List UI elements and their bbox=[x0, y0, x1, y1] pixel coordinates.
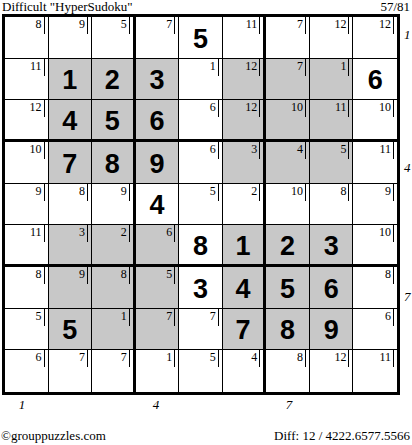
cell-r1c7[interactable]: 7 bbox=[266, 17, 310, 59]
cell-r4c8[interactable]: 5 bbox=[310, 142, 354, 184]
col-label-7: 7 bbox=[267, 397, 311, 413]
cell-r5c1[interactable]: 9 bbox=[5, 184, 49, 226]
given-digit: 6 bbox=[353, 59, 397, 100]
given-digit: 5 bbox=[179, 17, 222, 58]
clue-number: 4 bbox=[296, 142, 306, 159]
cell-r7c7[interactable]: 5 bbox=[266, 267, 310, 309]
clue-number: 5 bbox=[120, 17, 130, 34]
puzzle-title: Difficult "HyperSudoku" bbox=[2, 0, 133, 14]
cell-r5c7[interactable]: 10 bbox=[266, 184, 310, 226]
clue-number: 3 bbox=[250, 142, 260, 159]
given-digit: 5 bbox=[92, 100, 133, 139]
clue-number: 10 bbox=[290, 184, 306, 201]
cell-r9c8[interactable]: 12 bbox=[310, 350, 354, 392]
cell-r7c5[interactable]: 3 bbox=[179, 267, 223, 309]
col-label-4: 4 bbox=[134, 397, 178, 413]
cell-r7c6[interactable]: 4 bbox=[223, 267, 267, 309]
clue-number: 6 bbox=[165, 225, 175, 242]
clue-number: 11 bbox=[29, 225, 45, 242]
clue-number: 7 bbox=[296, 17, 306, 34]
clue-number: 7 bbox=[165, 309, 175, 326]
clue-number: 8 bbox=[384, 267, 394, 284]
puzzle-page: Difficult "HyperSudoku" 57/81 8957511712… bbox=[0, 0, 412, 445]
clue-number: 8 bbox=[78, 184, 88, 201]
clue-number: 5 bbox=[35, 309, 45, 326]
cell-r2c2[interactable]: 1 bbox=[49, 59, 93, 101]
cell-r5c5[interactable]: 5 bbox=[179, 184, 223, 226]
given-digit: 8 bbox=[92, 142, 133, 183]
cell-r1c3[interactable]: 5 bbox=[92, 17, 136, 59]
clue-number: 2 bbox=[120, 225, 130, 242]
cell-r7c1[interactable]: 8 bbox=[5, 267, 49, 309]
clue-number: 6 bbox=[209, 100, 219, 117]
given-digit: 1 bbox=[49, 59, 92, 100]
given-digit: 3 bbox=[136, 59, 179, 100]
cell-r6c9[interactable]: 10 bbox=[353, 225, 397, 267]
clue-number: 1 bbox=[120, 309, 130, 326]
cell-r7c4[interactable]: 5 bbox=[136, 267, 180, 309]
cell-r7c2[interactable]: 9 bbox=[49, 267, 93, 309]
cell-r1c5[interactable]: 5 bbox=[179, 17, 223, 59]
cell-r1c4[interactable]: 7 bbox=[136, 17, 180, 59]
cell-r9c9[interactable]: 11 bbox=[353, 350, 397, 392]
clue-number: 11 bbox=[334, 100, 350, 117]
cell-r1c2[interactable]: 9 bbox=[49, 17, 93, 59]
clue-number: 12 bbox=[244, 100, 260, 117]
remaining-counter: 57/81 bbox=[380, 0, 410, 14]
cell-r2c5[interactable]: 1 bbox=[179, 59, 223, 101]
cell-r8c1[interactable]: 5 bbox=[5, 309, 49, 351]
copyright: ©grouppuzzles.com bbox=[1, 428, 106, 444]
clue-number: 8 bbox=[339, 184, 349, 201]
cell-r2c8[interactable]: 1 bbox=[310, 59, 354, 101]
clue-number: 1 bbox=[209, 59, 219, 76]
cell-r2c9[interactable]: 6 bbox=[353, 59, 397, 101]
hypersudoku-board: 8957511712121112311271612456612101110107… bbox=[2, 14, 400, 395]
cell-r6c7[interactable]: 2 bbox=[266, 225, 310, 267]
cell-r1c9[interactable]: 12 bbox=[353, 17, 397, 59]
clue-number: 7 bbox=[165, 17, 175, 34]
clue-number: 5 bbox=[209, 184, 219, 201]
clue-number: 1 bbox=[165, 350, 175, 367]
clue-number: 8 bbox=[296, 350, 306, 367]
cell-r4c1[interactable]: 10 bbox=[5, 142, 49, 184]
clue-number: 8 bbox=[35, 17, 45, 34]
cell-r3c7[interactable]: 10 bbox=[266, 100, 310, 142]
clue-number: 8 bbox=[120, 267, 130, 284]
clue-number: 12 bbox=[29, 100, 45, 117]
cell-r4c7[interactable]: 4 bbox=[266, 142, 310, 184]
clue-number: 9 bbox=[35, 184, 45, 201]
given-digit: 7 bbox=[49, 142, 92, 183]
cell-r5c9[interactable]: 9 bbox=[353, 184, 397, 226]
cell-r9c2[interactable]: 7 bbox=[49, 350, 93, 392]
cell-r3c9[interactable]: 10 bbox=[353, 100, 397, 142]
cell-r5c4[interactable]: 4 bbox=[136, 184, 180, 226]
cell-r1c1[interactable]: 8 bbox=[5, 17, 49, 59]
cell-r8c5[interactable]: 7 bbox=[179, 309, 223, 351]
cell-r5c6[interactable]: 2 bbox=[223, 184, 267, 226]
cell-r7c9[interactable]: 8 bbox=[353, 267, 397, 309]
cell-r4c2[interactable]: 7 bbox=[49, 142, 93, 184]
given-digit: 3 bbox=[310, 225, 353, 264]
clue-number: 11 bbox=[29, 59, 45, 76]
cell-r8c8[interactable]: 9 bbox=[310, 309, 354, 351]
clue-number: 5 bbox=[209, 350, 219, 367]
clue-number: 1 bbox=[339, 59, 349, 76]
given-digit: 2 bbox=[92, 59, 133, 100]
cell-r8c7[interactable]: 8 bbox=[266, 309, 310, 351]
cell-r1c6[interactable]: 11 bbox=[223, 17, 267, 59]
cell-r4c5[interactable]: 6 bbox=[179, 142, 223, 184]
given-digit: 3 bbox=[179, 267, 222, 308]
given-digit: 9 bbox=[136, 142, 179, 183]
cell-r6c1[interactable]: 11 bbox=[5, 225, 49, 267]
cell-r2c6[interactable]: 12 bbox=[223, 59, 267, 101]
given-digit: 5 bbox=[266, 267, 309, 308]
clue-number: 12 bbox=[378, 17, 394, 34]
cell-r3c3[interactable]: 5 bbox=[92, 100, 136, 142]
cell-r3c2[interactable]: 4 bbox=[49, 100, 93, 142]
clue-number: 11 bbox=[378, 142, 394, 159]
clue-number: 6 bbox=[209, 142, 219, 159]
clue-number: 10 bbox=[29, 142, 45, 159]
cell-r6c3[interactable]: 2 bbox=[92, 225, 136, 267]
clue-number: 9 bbox=[384, 184, 394, 201]
cell-r8c2[interactable]: 5 bbox=[49, 309, 93, 351]
cell-r9c1[interactable]: 6 bbox=[5, 350, 49, 392]
clue-number: 12 bbox=[333, 350, 349, 367]
cell-r9c3[interactable]: 7 bbox=[92, 350, 136, 392]
clue-number: 6 bbox=[35, 350, 45, 367]
cell-r2c1[interactable]: 11 bbox=[5, 59, 49, 101]
cell-r7c3[interactable]: 8 bbox=[92, 267, 136, 309]
clue-number: 10 bbox=[290, 100, 306, 117]
cell-r4c9[interactable]: 11 bbox=[353, 142, 397, 184]
cell-r3c8[interactable]: 11 bbox=[310, 100, 354, 142]
cell-r6c4[interactable]: 6 bbox=[136, 225, 180, 267]
cell-r6c5[interactable]: 8 bbox=[179, 225, 223, 267]
clue-number: 9 bbox=[78, 267, 88, 284]
cell-r6c8[interactable]: 3 bbox=[310, 225, 354, 267]
cell-r5c2[interactable]: 8 bbox=[49, 184, 93, 226]
given-digit: 8 bbox=[266, 309, 309, 350]
difficulty-text: Diff: 12 / 4222.6577.5566 bbox=[274, 428, 410, 444]
clue-number: 9 bbox=[78, 17, 88, 34]
clue-number: 7 bbox=[120, 350, 130, 367]
col-label-1: 1 bbox=[0, 397, 44, 413]
cell-r9c7[interactable]: 8 bbox=[266, 350, 310, 392]
clue-number: 7 bbox=[296, 59, 306, 76]
clue-number: 7 bbox=[78, 350, 88, 367]
given-digit: 9 bbox=[310, 309, 353, 350]
given-digit: 4 bbox=[49, 100, 92, 139]
given-digit: 8 bbox=[179, 225, 222, 264]
row-label-4: 4 bbox=[404, 160, 412, 176]
cell-r3c4[interactable]: 6 bbox=[136, 100, 180, 142]
clue-number: 7 bbox=[209, 309, 219, 326]
cell-r4c4[interactable]: 9 bbox=[136, 142, 180, 184]
cell-r1c8[interactable]: 12 bbox=[310, 17, 354, 59]
clue-number: 3 bbox=[78, 225, 88, 242]
cell-r5c3[interactable]: 9 bbox=[92, 184, 136, 226]
cell-r9c5[interactable]: 5 bbox=[179, 350, 223, 392]
cell-r3c5[interactable]: 6 bbox=[179, 100, 223, 142]
cell-r8c4[interactable]: 7 bbox=[136, 309, 180, 351]
given-digit: 2 bbox=[266, 225, 309, 264]
given-digit: 4 bbox=[136, 184, 179, 225]
clue-number: 5 bbox=[165, 267, 175, 284]
cell-r7c8[interactable]: 6 bbox=[310, 267, 354, 309]
clue-number: 11 bbox=[245, 17, 261, 34]
row-label-1: 1 bbox=[404, 27, 412, 43]
cell-r2c7[interactable]: 7 bbox=[266, 59, 310, 101]
clue-number: 12 bbox=[244, 59, 260, 76]
cell-r5c8[interactable]: 8 bbox=[310, 184, 354, 226]
given-digit: 6 bbox=[310, 267, 353, 308]
cell-r9c4[interactable]: 1 bbox=[136, 350, 180, 392]
cell-r8c9[interactable]: 6 bbox=[353, 309, 397, 351]
clue-number: 9 bbox=[120, 184, 130, 201]
clue-number: 10 bbox=[378, 225, 394, 242]
cell-r2c3[interactable]: 2 bbox=[92, 59, 136, 101]
given-digit: 4 bbox=[223, 267, 264, 308]
given-digit: 5 bbox=[49, 309, 92, 350]
clue-number: 4 bbox=[250, 350, 260, 367]
cell-r2c4[interactable]: 3 bbox=[136, 59, 180, 101]
given-digit: 7 bbox=[223, 309, 264, 350]
clue-number: 11 bbox=[378, 350, 394, 367]
cell-r3c6[interactable]: 12 bbox=[223, 100, 267, 142]
clue-number: 8 bbox=[35, 267, 45, 284]
given-digit: 6 bbox=[136, 100, 179, 139]
clue-number: 2 bbox=[250, 184, 260, 201]
clue-number: 6 bbox=[384, 309, 394, 326]
given-digit: 1 bbox=[223, 225, 264, 264]
cell-r3c1[interactable]: 12 bbox=[5, 100, 49, 142]
cell-r4c3[interactable]: 8 bbox=[92, 142, 136, 184]
cell-r9c6[interactable]: 4 bbox=[223, 350, 267, 392]
cell-r4c6[interactable]: 3 bbox=[223, 142, 267, 184]
clue-number: 5 bbox=[339, 142, 349, 159]
cell-r8c3[interactable]: 1 bbox=[92, 309, 136, 351]
clue-number: 10 bbox=[378, 100, 394, 117]
cell-r8c6[interactable]: 7 bbox=[223, 309, 267, 351]
cell-r6c2[interactable]: 3 bbox=[49, 225, 93, 267]
clue-number: 12 bbox=[333, 17, 349, 34]
row-label-7: 7 bbox=[404, 289, 412, 305]
cell-r6c6[interactable]: 1 bbox=[223, 225, 267, 267]
